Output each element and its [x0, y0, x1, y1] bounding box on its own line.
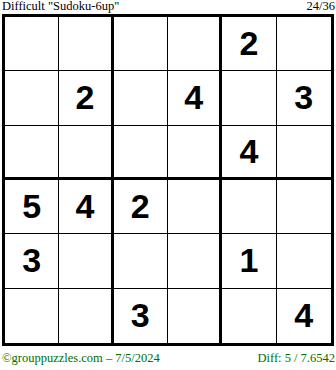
cell-r4c6[interactable]: [277, 180, 331, 234]
cell-r6c4[interactable]: [168, 289, 222, 343]
cell-r3c2[interactable]: [59, 126, 113, 180]
copyright-credit: ©grouppuzzles.com – 7/5/2024: [2, 351, 160, 365]
cell-r4c1[interactable]: 5: [5, 180, 59, 234]
cell-r3c4[interactable]: [168, 126, 222, 180]
footer: ©grouppuzzles.com – 7/5/2024 Diff: 5 / 7…: [0, 351, 336, 365]
cell-r6c6[interactable]: 4: [277, 289, 331, 343]
cell-r4c2[interactable]: 4: [59, 180, 113, 234]
cell-r2c6[interactable]: 3: [277, 71, 331, 125]
cell-r1c4[interactable]: [168, 17, 222, 71]
cell-r2c5[interactable]: [222, 71, 276, 125]
difficulty-rating: Diff: 5 / 7.6542: [257, 351, 335, 365]
cells-remaining-counter: 24/36: [307, 0, 335, 13]
cell-r1c5[interactable]: 2: [222, 17, 276, 71]
cell-r3c6[interactable]: [277, 126, 331, 180]
cell-r6c5[interactable]: [222, 289, 276, 343]
cell-r3c3[interactable]: [114, 126, 168, 180]
cell-r2c3[interactable]: [114, 71, 168, 125]
cell-r3c5[interactable]: 4: [222, 126, 276, 180]
cell-r1c2[interactable]: [59, 17, 113, 71]
cell-r5c3[interactable]: [114, 234, 168, 288]
cell-r4c5[interactable]: [222, 180, 276, 234]
sudoku-board: 224345423134: [2, 14, 334, 346]
cell-r2c4[interactable]: 4: [168, 71, 222, 125]
cell-r6c3[interactable]: 3: [114, 289, 168, 343]
cell-r4c4[interactable]: [168, 180, 222, 234]
cell-r5c6[interactable]: [277, 234, 331, 288]
cell-r3c1[interactable]: [5, 126, 59, 180]
puzzle-page: Difficult "Sudoku-6up" 24/36 22434542313…: [0, 0, 336, 370]
cell-r2c1[interactable]: [5, 71, 59, 125]
cell-r5c2[interactable]: [59, 234, 113, 288]
puzzle-title: Difficult "Sudoku-6up": [2, 0, 119, 13]
cell-r6c2[interactable]: [59, 289, 113, 343]
cell-r2c2[interactable]: 2: [59, 71, 113, 125]
cell-r4c3[interactable]: 2: [114, 180, 168, 234]
cell-r5c5[interactable]: 1: [222, 234, 276, 288]
cell-r1c1[interactable]: [5, 17, 59, 71]
cell-r1c6[interactable]: [277, 17, 331, 71]
cell-r1c3[interactable]: [114, 17, 168, 71]
header: Difficult "Sudoku-6up" 24/36: [0, 0, 336, 13]
cell-r6c1[interactable]: [5, 289, 59, 343]
cell-r5c4[interactable]: [168, 234, 222, 288]
cell-r5c1[interactable]: 3: [5, 234, 59, 288]
